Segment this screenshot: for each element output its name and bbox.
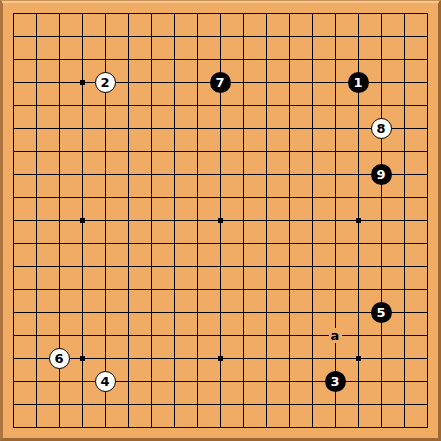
stone-black-3[interactable]: 3 xyxy=(325,371,346,392)
go-board[interactable]: 123456789a xyxy=(0,0,441,441)
star-point xyxy=(80,356,85,361)
star-point xyxy=(80,80,85,85)
stone-number: 9 xyxy=(376,168,385,181)
stone-number: 3 xyxy=(330,375,339,388)
stone-white-2[interactable]: 2 xyxy=(95,72,116,93)
stone-number: 5 xyxy=(376,306,385,319)
stone-black-9[interactable]: 9 xyxy=(371,164,392,185)
stone-number: 7 xyxy=(215,76,224,89)
stone-black-1[interactable]: 1 xyxy=(348,72,369,93)
star-point xyxy=(356,218,361,223)
stone-white-6[interactable]: 6 xyxy=(49,348,70,369)
star-point xyxy=(218,356,223,361)
stone-number: 2 xyxy=(100,76,109,89)
stone-number: 1 xyxy=(353,76,362,89)
stone-white-8[interactable]: 8 xyxy=(371,118,392,139)
stone-number: 8 xyxy=(376,122,385,135)
point-label-a[interactable]: a xyxy=(329,328,342,343)
star-point xyxy=(356,356,361,361)
stone-black-5[interactable]: 5 xyxy=(371,302,392,323)
star-point xyxy=(80,218,85,223)
stone-white-4[interactable]: 4 xyxy=(95,371,116,392)
intersections-grid: 123456789a xyxy=(2,2,439,439)
stone-black-7[interactable]: 7 xyxy=(210,72,231,93)
stone-number: 4 xyxy=(100,375,109,388)
star-point xyxy=(218,218,223,223)
stone-number: 6 xyxy=(54,352,63,365)
